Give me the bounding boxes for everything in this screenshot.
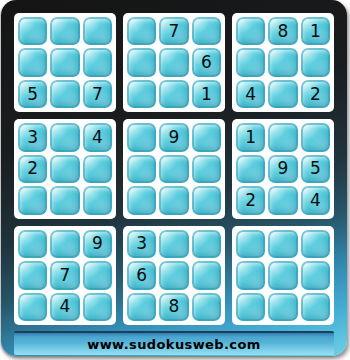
cell-r4-c6[interactable] <box>192 123 221 151</box>
cell-r9-c8[interactable] <box>268 293 297 321</box>
cell-r1-c7[interactable] <box>236 17 265 45</box>
box-r2-c3: 19524 <box>232 119 334 218</box>
cell-r2-c6[interactable]: 6 <box>192 48 221 76</box>
cell-r8-c3[interactable] <box>83 261 112 289</box>
cell-r1-c2[interactable] <box>50 17 79 45</box>
cell-r9-c6[interactable] <box>192 293 221 321</box>
cell-r7-c9[interactable] <box>301 230 330 258</box>
cell-r4-c7[interactable]: 1 <box>236 123 265 151</box>
cell-r9-c3[interactable] <box>83 293 112 321</box>
box-r3-c2: 368 <box>123 226 225 325</box>
cell-r1-c8[interactable]: 8 <box>268 17 297 45</box>
cell-r5-c9[interactable]: 5 <box>301 155 330 183</box>
cell-r9-c9[interactable] <box>301 293 330 321</box>
cell-r9-c5[interactable]: 8 <box>159 293 188 321</box>
cell-r2-c1[interactable] <box>18 48 47 76</box>
sudoku-widget: 577618142342919524974368 www.sudokusweb.… <box>1 0 347 356</box>
footer-bar: www.sudokusweb.com <box>14 331 334 355</box>
cell-r5-c2[interactable] <box>50 155 79 183</box>
cell-r9-c1[interactable] <box>18 293 47 321</box>
cell-r7-c6[interactable] <box>192 230 221 258</box>
cell-r4-c8[interactable] <box>268 123 297 151</box>
cell-r9-c4[interactable] <box>127 293 156 321</box>
cell-r5-c6[interactable] <box>192 155 221 183</box>
cell-r8-c9[interactable] <box>301 261 330 289</box>
cell-r4-c4[interactable] <box>127 123 156 151</box>
cell-r8-c8[interactable] <box>268 261 297 289</box>
cell-r2-c9[interactable] <box>301 48 330 76</box>
box-r3-c1: 974 <box>14 226 116 325</box>
website-link[interactable]: www.sudokusweb.com <box>87 337 260 352</box>
cell-r8-c5[interactable] <box>159 261 188 289</box>
box-r1-c2: 761 <box>123 13 225 112</box>
cell-r6-c8[interactable] <box>268 186 297 214</box>
cell-r1-c9[interactable]: 1 <box>301 17 330 45</box>
cell-r3-c9[interactable]: 2 <box>301 80 330 108</box>
cell-r2-c2[interactable] <box>50 48 79 76</box>
cell-r3-c3[interactable]: 7 <box>83 80 112 108</box>
cell-r3-c5[interactable] <box>159 80 188 108</box>
cell-r7-c3[interactable]: 9 <box>83 230 112 258</box>
cell-r2-c5[interactable] <box>159 48 188 76</box>
box-r1-c3: 8142 <box>232 13 334 112</box>
box-r3-c3 <box>232 226 334 325</box>
cell-r8-c4[interactable]: 6 <box>127 261 156 289</box>
cell-r5-c4[interactable] <box>127 155 156 183</box>
cell-r4-c5[interactable]: 9 <box>159 123 188 151</box>
cell-r4-c1[interactable]: 3 <box>18 123 47 151</box>
cell-r6-c5[interactable] <box>159 186 188 214</box>
cell-r3-c4[interactable] <box>127 80 156 108</box>
cell-r4-c3[interactable]: 4 <box>83 123 112 151</box>
cell-r6-c3[interactable] <box>83 186 112 214</box>
cell-r1-c6[interactable] <box>192 17 221 45</box>
cell-r3-c7[interactable]: 4 <box>236 80 265 108</box>
cell-r5-c3[interactable] <box>83 155 112 183</box>
cell-r7-c8[interactable] <box>268 230 297 258</box>
box-r2-c1: 342 <box>14 119 116 218</box>
cell-r6-c4[interactable] <box>127 186 156 214</box>
cell-r6-c1[interactable] <box>18 186 47 214</box>
cell-r7-c5[interactable] <box>159 230 188 258</box>
cell-r3-c1[interactable]: 5 <box>18 80 47 108</box>
cell-r3-c6[interactable]: 1 <box>192 80 221 108</box>
cell-r4-c9[interactable] <box>301 123 330 151</box>
cell-r2-c8[interactable] <box>268 48 297 76</box>
cell-r5-c1[interactable]: 2 <box>18 155 47 183</box>
cell-r9-c7[interactable] <box>236 293 265 321</box>
cell-r1-c3[interactable] <box>83 17 112 45</box>
box-r2-c2: 9 <box>123 119 225 218</box>
cell-r7-c4[interactable]: 3 <box>127 230 156 258</box>
cell-r6-c2[interactable] <box>50 186 79 214</box>
cell-r6-c6[interactable] <box>192 186 221 214</box>
sudoku-board: 577618142342919524974368 <box>14 13 334 325</box>
cell-r6-c9[interactable]: 4 <box>301 186 330 214</box>
cell-r9-c2[interactable]: 4 <box>50 293 79 321</box>
cell-r2-c7[interactable] <box>236 48 265 76</box>
cell-r2-c3[interactable] <box>83 48 112 76</box>
cell-r7-c7[interactable] <box>236 230 265 258</box>
cell-r8-c1[interactable] <box>18 261 47 289</box>
cell-r1-c4[interactable] <box>127 17 156 45</box>
cell-r8-c7[interactable] <box>236 261 265 289</box>
cell-r8-c2[interactable]: 7 <box>50 261 79 289</box>
cell-r4-c2[interactable] <box>50 123 79 151</box>
cell-r5-c8[interactable]: 9 <box>268 155 297 183</box>
cell-r8-c6[interactable] <box>192 261 221 289</box>
cell-r7-c1[interactable] <box>18 230 47 258</box>
cell-r1-c1[interactable] <box>18 17 47 45</box>
cell-r5-c7[interactable] <box>236 155 265 183</box>
cell-r5-c5[interactable] <box>159 155 188 183</box>
cell-r3-c8[interactable] <box>268 80 297 108</box>
cell-r3-c2[interactable] <box>50 80 79 108</box>
cell-r7-c2[interactable] <box>50 230 79 258</box>
cell-r1-c5[interactable]: 7 <box>159 17 188 45</box>
cell-r6-c7[interactable]: 2 <box>236 186 265 214</box>
cell-r2-c4[interactable] <box>127 48 156 76</box>
box-r1-c1: 57 <box>14 13 116 112</box>
